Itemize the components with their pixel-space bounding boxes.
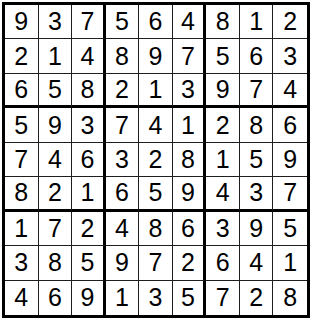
cell-r7c9[interactable]: 5 <box>273 212 307 246</box>
cell-r6c3[interactable]: 1 <box>72 177 106 211</box>
cell-r4c4[interactable]: 7 <box>106 108 140 142</box>
cell-r1c1[interactable]: 9 <box>5 5 39 39</box>
cell-r1c3[interactable]: 7 <box>72 5 106 39</box>
cell-r9c4[interactable]: 1 <box>106 281 140 315</box>
cell-r8c2[interactable]: 8 <box>39 246 73 280</box>
cell-r2c2[interactable]: 1 <box>39 39 73 73</box>
cell-r6c7[interactable]: 4 <box>206 177 240 211</box>
cell-r2c7[interactable]: 5 <box>206 39 240 73</box>
cell-r9c2[interactable]: 6 <box>39 281 73 315</box>
cell-r8c1[interactable]: 3 <box>5 246 39 280</box>
cell-r6c1[interactable]: 8 <box>5 177 39 211</box>
cell-r3c5[interactable]: 1 <box>139 74 173 108</box>
cell-r5c1[interactable]: 7 <box>5 143 39 177</box>
cell-r2c6[interactable]: 7 <box>173 39 207 73</box>
cell-r7c5[interactable]: 8 <box>139 212 173 246</box>
cell-r3c8[interactable]: 7 <box>240 74 274 108</box>
cell-r1c6[interactable]: 4 <box>173 5 207 39</box>
cell-r4c5[interactable]: 4 <box>139 108 173 142</box>
cell-r8c5[interactable]: 7 <box>139 246 173 280</box>
cell-r7c8[interactable]: 9 <box>240 212 274 246</box>
cell-r5c4[interactable]: 3 <box>106 143 140 177</box>
sudoku-board: 9 3 7 5 6 4 8 1 2 2 1 4 8 9 7 5 6 3 6 5 … <box>2 2 310 318</box>
cell-r5c5[interactable]: 2 <box>139 143 173 177</box>
cell-r6c9[interactable]: 7 <box>273 177 307 211</box>
cell-r1c7[interactable]: 8 <box>206 5 240 39</box>
cell-r8c8[interactable]: 4 <box>240 246 274 280</box>
cell-r5c9[interactable]: 9 <box>273 143 307 177</box>
cell-r7c7[interactable]: 3 <box>206 212 240 246</box>
cell-r1c8[interactable]: 1 <box>240 5 274 39</box>
cell-r9c9[interactable]: 8 <box>273 281 307 315</box>
cell-r1c2[interactable]: 3 <box>39 5 73 39</box>
cell-r9c7[interactable]: 7 <box>206 281 240 315</box>
cell-r2c4[interactable]: 8 <box>106 39 140 73</box>
cell-r9c3[interactable]: 9 <box>72 281 106 315</box>
cell-r2c9[interactable]: 3 <box>273 39 307 73</box>
cell-r5c8[interactable]: 5 <box>240 143 274 177</box>
cell-r4c1[interactable]: 5 <box>5 108 39 142</box>
cell-r3c7[interactable]: 9 <box>206 74 240 108</box>
cell-r1c4[interactable]: 5 <box>106 5 140 39</box>
cell-r6c5[interactable]: 5 <box>139 177 173 211</box>
cell-r2c5[interactable]: 9 <box>139 39 173 73</box>
cell-r5c6[interactable]: 8 <box>173 143 207 177</box>
cell-r8c9[interactable]: 1 <box>273 246 307 280</box>
cell-r6c8[interactable]: 3 <box>240 177 274 211</box>
cell-r4c7[interactable]: 2 <box>206 108 240 142</box>
cell-r4c9[interactable]: 6 <box>273 108 307 142</box>
cell-r7c4[interactable]: 4 <box>106 212 140 246</box>
cell-r8c4[interactable]: 9 <box>106 246 140 280</box>
cell-r3c6[interactable]: 3 <box>173 74 207 108</box>
cell-r5c3[interactable]: 6 <box>72 143 106 177</box>
cell-r7c3[interactable]: 2 <box>72 212 106 246</box>
cell-r2c3[interactable]: 4 <box>72 39 106 73</box>
cell-r8c7[interactable]: 6 <box>206 246 240 280</box>
cell-r4c8[interactable]: 8 <box>240 108 274 142</box>
cell-r3c1[interactable]: 6 <box>5 74 39 108</box>
cell-r8c6[interactable]: 2 <box>173 246 207 280</box>
cell-r3c4[interactable]: 2 <box>106 74 140 108</box>
cell-r6c4[interactable]: 6 <box>106 177 140 211</box>
cell-r7c1[interactable]: 1 <box>5 212 39 246</box>
cell-r5c2[interactable]: 4 <box>39 143 73 177</box>
cell-r9c5[interactable]: 3 <box>139 281 173 315</box>
cell-r9c1[interactable]: 4 <box>5 281 39 315</box>
cell-r1c9[interactable]: 2 <box>273 5 307 39</box>
cell-r5c7[interactable]: 1 <box>206 143 240 177</box>
cell-r4c2[interactable]: 9 <box>39 108 73 142</box>
cell-r3c2[interactable]: 5 <box>39 74 73 108</box>
cell-r1c5[interactable]: 6 <box>139 5 173 39</box>
cell-r2c8[interactable]: 6 <box>240 39 274 73</box>
cell-r7c2[interactable]: 7 <box>39 212 73 246</box>
cell-r3c3[interactable]: 8 <box>72 74 106 108</box>
cell-r9c8[interactable]: 2 <box>240 281 274 315</box>
cell-r7c6[interactable]: 6 <box>173 212 207 246</box>
cell-r6c2[interactable]: 2 <box>39 177 73 211</box>
cell-r4c6[interactable]: 1 <box>173 108 207 142</box>
cell-r9c6[interactable]: 5 <box>173 281 207 315</box>
cell-r4c3[interactable]: 3 <box>72 108 106 142</box>
cell-r2c1[interactable]: 2 <box>5 39 39 73</box>
cell-r3c9[interactable]: 4 <box>273 74 307 108</box>
cell-r6c6[interactable]: 9 <box>173 177 207 211</box>
cell-r8c3[interactable]: 5 <box>72 246 106 280</box>
